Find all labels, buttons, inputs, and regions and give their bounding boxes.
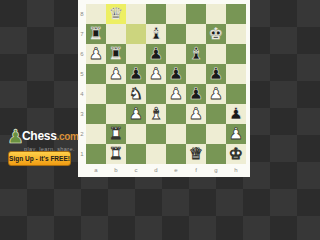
square-d7[interactable]: ♝ bbox=[146, 24, 166, 44]
square-h7[interactable] bbox=[226, 24, 246, 44]
piece-white-king: ♚ bbox=[226, 144, 246, 164]
square-b3[interactable] bbox=[106, 104, 126, 124]
square-f6[interactable]: ♝ bbox=[186, 44, 206, 64]
square-d4[interactable] bbox=[146, 84, 166, 104]
piece-white-pawn: ♟ bbox=[226, 124, 246, 144]
square-b7[interactable] bbox=[106, 24, 126, 44]
piece-black-king: ♚ bbox=[206, 24, 226, 44]
file-label-g: g bbox=[206, 164, 226, 176]
square-c3[interactable]: ♟ bbox=[126, 104, 146, 124]
square-g7[interactable]: ♚ bbox=[206, 24, 226, 44]
piece-black-bishop: ♝ bbox=[186, 44, 206, 64]
square-c6[interactable] bbox=[126, 44, 146, 64]
square-g6[interactable] bbox=[206, 44, 226, 64]
square-f7[interactable] bbox=[186, 24, 206, 44]
square-d5[interactable]: ♟ bbox=[146, 64, 166, 84]
piece-white-knight: ♞ bbox=[126, 84, 146, 104]
square-g2[interactable] bbox=[206, 124, 226, 144]
square-g1[interactable] bbox=[206, 144, 226, 164]
square-h2[interactable]: ♟ bbox=[226, 124, 246, 144]
square-f2[interactable] bbox=[186, 124, 206, 144]
square-h6[interactable] bbox=[226, 44, 246, 64]
square-h8[interactable] bbox=[226, 4, 246, 24]
chess-board-frame: 87654321 ♛♜♝♚♟♜♟♝♟♟♟♟♟♞♟♟♟♟♝♟♟♜♟♜♛♚ abcd… bbox=[78, 0, 250, 177]
rank-label-8: 8 bbox=[78, 4, 86, 24]
file-label-d: d bbox=[146, 164, 166, 176]
square-g3[interactable] bbox=[206, 104, 226, 124]
square-g4[interactable]: ♟ bbox=[206, 84, 226, 104]
rank-label-7: 7 bbox=[78, 24, 86, 44]
square-d3[interactable]: ♝ bbox=[146, 104, 166, 124]
piece-white-pawn: ♟ bbox=[146, 64, 166, 84]
square-f4[interactable]: ♟ bbox=[186, 84, 206, 104]
square-c1[interactable] bbox=[126, 144, 146, 164]
square-d8[interactable] bbox=[146, 4, 166, 24]
square-e8[interactable] bbox=[166, 4, 186, 24]
square-d2[interactable] bbox=[146, 124, 166, 144]
square-h5[interactable] bbox=[226, 64, 246, 84]
square-a5[interactable] bbox=[86, 64, 106, 84]
piece-black-pawn: ♟ bbox=[126, 64, 146, 84]
square-e4[interactable]: ♟ bbox=[166, 84, 186, 104]
sign-up-button[interactable]: Sign Up - it's FREE! bbox=[8, 151, 71, 166]
piece-black-pawn: ♟ bbox=[186, 84, 206, 104]
square-b1[interactable]: ♜ bbox=[106, 144, 126, 164]
piece-white-rook: ♜ bbox=[106, 124, 126, 144]
piece-black-rook: ♜ bbox=[86, 24, 106, 44]
square-b6[interactable]: ♜ bbox=[106, 44, 126, 64]
square-e1[interactable] bbox=[166, 144, 186, 164]
file-label-h: h bbox=[226, 164, 246, 176]
logo-suffix: .com bbox=[57, 131, 79, 142]
square-c4[interactable]: ♞ bbox=[126, 84, 146, 104]
square-e5[interactable]: ♟ bbox=[166, 64, 186, 84]
piece-white-bishop: ♝ bbox=[146, 104, 166, 124]
square-d6[interactable]: ♟ bbox=[146, 44, 166, 64]
square-f8[interactable] bbox=[186, 4, 206, 24]
piece-black-pawn: ♟ bbox=[166, 64, 186, 84]
logo-text: Chess.com bbox=[22, 129, 79, 143]
square-a3[interactable] bbox=[86, 104, 106, 124]
file-label-a: a bbox=[86, 164, 106, 176]
square-a2[interactable] bbox=[86, 124, 106, 144]
square-a4[interactable] bbox=[86, 84, 106, 104]
piece-black-pawn: ♟ bbox=[146, 44, 166, 64]
rank-label-6: 6 bbox=[78, 44, 86, 64]
square-b5[interactable]: ♟ bbox=[106, 64, 126, 84]
square-a1[interactable] bbox=[86, 144, 106, 164]
square-b2[interactable]: ♜ bbox=[106, 124, 126, 144]
square-h1[interactable]: ♚ bbox=[226, 144, 246, 164]
square-g8[interactable] bbox=[206, 4, 226, 24]
piece-white-rook: ♜ bbox=[106, 144, 126, 164]
square-b8[interactable]: ♛ bbox=[106, 4, 126, 24]
square-a8[interactable] bbox=[86, 4, 106, 24]
file-labels: abcdefgh bbox=[86, 164, 246, 176]
rank-label-2: 2 bbox=[78, 124, 86, 144]
piece-black-queen: ♛ bbox=[106, 4, 126, 24]
square-e3[interactable] bbox=[166, 104, 186, 124]
file-label-e: e bbox=[166, 164, 186, 176]
chess-board: ♛♜♝♚♟♜♟♝♟♟♟♟♟♞♟♟♟♟♝♟♟♜♟♜♛♚ bbox=[86, 4, 246, 164]
piece-black-bishop: ♝ bbox=[146, 24, 166, 44]
square-f3[interactable]: ♟ bbox=[186, 104, 206, 124]
square-g5[interactable]: ♟ bbox=[206, 64, 226, 84]
rank-label-5: 5 bbox=[78, 64, 86, 84]
square-f5[interactable] bbox=[186, 64, 206, 84]
square-e7[interactable] bbox=[166, 24, 186, 44]
rank-label-4: 4 bbox=[78, 84, 86, 104]
piece-white-pawn: ♟ bbox=[126, 104, 146, 124]
square-e6[interactable] bbox=[166, 44, 186, 64]
square-b4[interactable] bbox=[106, 84, 126, 104]
piece-white-pawn: ♟ bbox=[206, 84, 226, 104]
piece-white-pawn: ♟ bbox=[186, 104, 206, 124]
square-a7[interactable]: ♜ bbox=[86, 24, 106, 44]
piece-white-pawn: ♟ bbox=[106, 64, 126, 84]
square-a6[interactable]: ♟ bbox=[86, 44, 106, 64]
square-h3[interactable]: ♟ bbox=[226, 104, 246, 124]
piece-black-rook: ♜ bbox=[106, 44, 126, 64]
file-label-f: f bbox=[186, 164, 206, 176]
square-c5[interactable]: ♟ bbox=[126, 64, 146, 84]
square-f1[interactable]: ♛ bbox=[186, 144, 206, 164]
piece-white-pawn: ♟ bbox=[86, 44, 106, 64]
file-label-b: b bbox=[106, 164, 126, 176]
piece-black-pawn: ♟ bbox=[226, 104, 246, 124]
piece-white-pawn: ♟ bbox=[166, 84, 186, 104]
piece-black-pawn: ♟ bbox=[206, 64, 226, 84]
square-c8[interactable] bbox=[126, 4, 146, 24]
square-h4[interactable] bbox=[226, 84, 246, 104]
piece-white-queen: ♛ bbox=[186, 144, 206, 164]
square-c7[interactable] bbox=[126, 24, 146, 44]
rank-label-3: 3 bbox=[78, 104, 86, 124]
file-label-c: c bbox=[126, 164, 146, 176]
square-d1[interactable] bbox=[146, 144, 166, 164]
rank-labels: 87654321 bbox=[78, 4, 86, 164]
square-c2[interactable] bbox=[126, 124, 146, 144]
square-e2[interactable] bbox=[166, 124, 186, 144]
rank-label-1: 1 bbox=[78, 144, 86, 164]
